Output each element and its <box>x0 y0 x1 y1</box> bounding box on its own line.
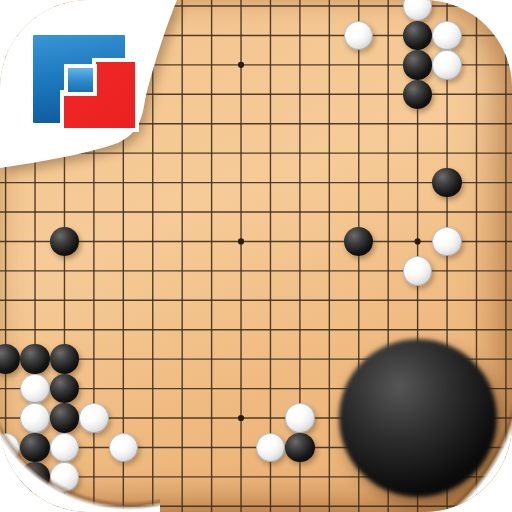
app-icon[interactable] <box>0 0 512 512</box>
screenshot <box>0 0 512 512</box>
app-logo <box>0 0 512 512</box>
logo-small-blue-square-icon <box>68 68 93 92</box>
